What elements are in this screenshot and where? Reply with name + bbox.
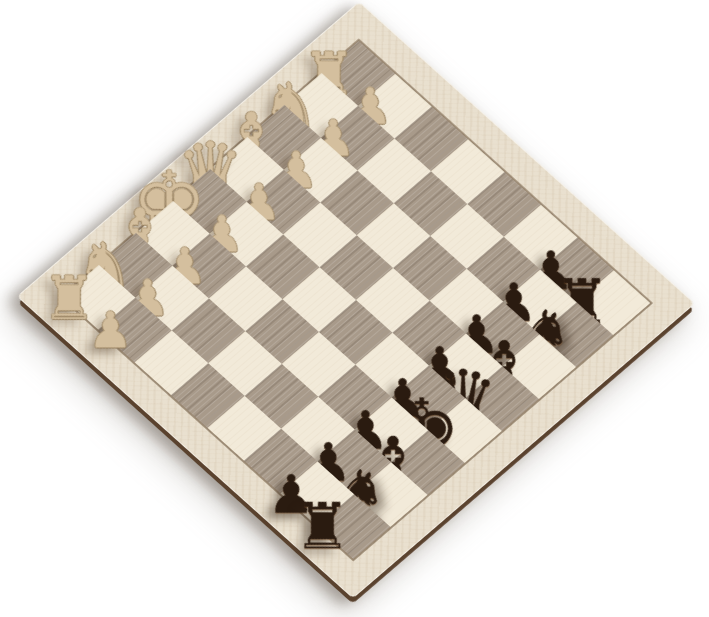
chessboard: ♜♟♟♜♞♟♟♞♝♟♟♝♛♟♟♛♚♟♟♚♝♟♟♝♞♟♟♞♜♟♟♜ [17, 1, 696, 598]
black-rook: ♜ [294, 495, 351, 559]
board-frame: ♜♟♟♜♞♟♟♞♝♟♟♝♛♟♟♛♚♟♟♚♝♟♟♝♞♟♟♞♜♟♟♜ [17, 1, 696, 598]
board-grid: ♜♟♟♜♞♟♟♞♝♟♟♝♛♟♟♛♚♟♟♚♝♟♟♝♞♟♟♞♜♟♟♜ [59, 39, 653, 562]
white-pawn: ♟ [88, 306, 133, 356]
photo-scene: ♜♟♟♜♞♟♟♞♝♟♟♝♛♟♟♛♚♟♟♚♝♟♟♝♞♟♟♞♜♟♟♜ [0, 0, 709, 617]
